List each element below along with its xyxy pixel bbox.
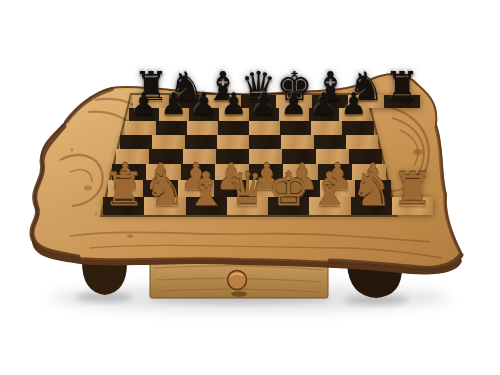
white-bishop: ♝ (186, 168, 227, 212)
square-b6 (156, 121, 187, 135)
square-e5 (249, 135, 281, 149)
rank-1: ♜♞♝♛♚♝♞♜ (103, 197, 395, 215)
square-c6 (187, 121, 218, 135)
black-pawn: ♟ (281, 90, 308, 119)
square-f5 (281, 135, 313, 149)
white-knight: ♞ (351, 168, 392, 212)
square-f6 (280, 121, 311, 135)
square-b7: ♟ (159, 108, 189, 121)
square-h8: ♜ (384, 95, 420, 108)
square-a6 (125, 121, 156, 135)
square-a5 (120, 135, 152, 149)
square-e6 (249, 121, 280, 135)
square-a1: ♜ (103, 197, 144, 215)
square-g6 (311, 121, 342, 135)
square-f7: ♟ (279, 108, 309, 121)
white-knight: ♞ (144, 168, 185, 212)
square-f1: ♝ (309, 197, 350, 215)
white-bishop: ♝ (309, 168, 350, 212)
black-pawn: ♟ (131, 90, 158, 119)
black-pawn: ♟ (251, 90, 278, 119)
chess-board: ♜♞♝♛♚♝♞♜♟♟♟♟♟♟♟♟♟♟♟♟♟♟♟♟♜♞♝♛♚♝♞♜ (0, 0, 500, 375)
square-g1: ♞ (351, 197, 392, 215)
square-g5 (314, 135, 346, 149)
black-rook: ♜ (384, 67, 420, 105)
square-c1: ♝ (186, 197, 227, 215)
black-pawn: ♟ (311, 90, 338, 119)
white-rook: ♜ (392, 168, 433, 212)
white-king: ♚ (268, 168, 309, 212)
black-pawn: ♟ (161, 90, 188, 119)
white-rook: ♜ (103, 168, 144, 212)
black-pawn: ♟ (341, 90, 368, 119)
chess-set-photo: ♜♞♝♛♚♝♞♜♟♟♟♟♟♟♟♟♟♟♟♟♟♟♟♟♜♞♝♛♚♝♞♜ (0, 0, 500, 375)
rank-7: ♟♟♟♟♟♟♟♟ (129, 108, 369, 121)
square-g7: ♟ (309, 108, 339, 121)
square-e7: ♟ (249, 108, 279, 121)
white-queen: ♛ (227, 168, 268, 212)
rank-6 (125, 121, 374, 135)
square-h1: ♜ (392, 197, 433, 215)
square-b5 (152, 135, 184, 149)
square-d7: ♟ (219, 108, 249, 121)
black-pawn: ♟ (191, 90, 218, 119)
square-d1: ♛ (227, 197, 268, 215)
square-a7: ♟ (129, 108, 159, 121)
square-d5 (217, 135, 249, 149)
square-h7: ♟ (339, 108, 369, 121)
square-h5 (346, 135, 378, 149)
square-b1: ♞ (144, 197, 185, 215)
square-c7: ♟ (189, 108, 219, 121)
rank-5 (120, 135, 378, 149)
square-e1: ♚ (268, 197, 309, 215)
square-c5 (185, 135, 217, 149)
square-d6 (218, 121, 249, 135)
square-h6 (342, 121, 373, 135)
black-pawn: ♟ (221, 90, 248, 119)
